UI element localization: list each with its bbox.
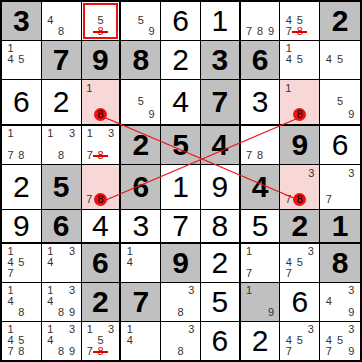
cell-r9c6[interactable]: 6 xyxy=(201,322,241,360)
solved-value: 8 xyxy=(201,210,239,242)
given-value: 2 xyxy=(82,283,120,321)
candidate-5: 5 xyxy=(294,257,305,268)
cell-r5c8[interactable]: 378 xyxy=(280,165,320,210)
cell-r6c8[interactable]: 2 xyxy=(280,210,320,244)
cell-r7c7[interactable]: 17 xyxy=(241,244,281,283)
cell-r6c2[interactable]: 6 xyxy=(42,210,82,244)
candidate-3: 3 xyxy=(106,128,117,139)
cell-r5c3[interactable]: 78 xyxy=(82,165,122,210)
candidate-9: 9 xyxy=(346,346,357,357)
candidate-4: 4 xyxy=(45,257,56,268)
candidate-1: 1 xyxy=(283,82,293,95)
cell-r2c8[interactable]: 145 xyxy=(280,41,320,80)
solved-value: 3 xyxy=(241,80,280,124)
given-value: 9 xyxy=(82,41,120,79)
cell-r6c6[interactable]: 8 xyxy=(201,210,241,244)
pencil-marks: 38 xyxy=(161,322,200,360)
pencil-marks: 13578 xyxy=(82,322,120,360)
cell-r1c6[interactable]: 1 xyxy=(201,2,241,41)
cell-r5c2[interactable]: 5 xyxy=(42,165,82,210)
candidate-3: 3 xyxy=(305,246,316,257)
solved-value: 4 xyxy=(161,80,200,124)
solved-value: 2 xyxy=(161,41,200,79)
cell-r7c4[interactable]: 14 xyxy=(121,244,161,283)
candidate-9: 9 xyxy=(346,108,357,121)
pencil-marks: 17 xyxy=(241,244,280,282)
cell-r3c5[interactable]: 4 xyxy=(161,80,201,126)
sudoku-board: 3485859617894578214579823614545621859473… xyxy=(0,0,362,362)
given-value: 8 xyxy=(121,41,160,79)
cell-r7c2[interactable]: 134 xyxy=(42,244,82,283)
cell-r4c6[interactable]: 4 xyxy=(201,126,241,165)
candidate-5: 5 xyxy=(16,54,27,65)
candidate-8: 8 xyxy=(16,346,27,357)
cell-r6c3[interactable]: 4 xyxy=(82,210,122,244)
cell-r3c4[interactable]: 59 xyxy=(121,80,161,126)
candidate-8: 8 xyxy=(16,150,27,161)
candidate-4: 4 xyxy=(124,335,135,346)
pencil-marks: 3457 xyxy=(280,322,319,360)
cell-r6c1[interactable]: 9 xyxy=(2,210,42,244)
pencil-marks: 3457 xyxy=(280,244,319,282)
given-value: 9 xyxy=(161,244,200,282)
pencil-marks: 13489 xyxy=(42,283,81,321)
given-value: 2 xyxy=(121,126,160,164)
solved-value: 2 xyxy=(201,244,239,282)
eliminated-candidate-8: 8 xyxy=(95,26,106,37)
candidate-1: 1 xyxy=(244,246,255,257)
cell-r9c8[interactable]: 3457 xyxy=(280,322,320,360)
candidate-7: 7 xyxy=(5,150,16,161)
candidate-3: 3 xyxy=(67,246,78,257)
cell-r2c5[interactable]: 2 xyxy=(161,41,201,80)
cell-r2c3[interactable]: 9 xyxy=(82,41,122,80)
given-value: 2 xyxy=(280,210,319,242)
pencil-marks: 38 xyxy=(161,283,200,321)
candidate-1: 1 xyxy=(45,128,56,139)
candidate-3: 3 xyxy=(186,324,197,335)
pencil-marks: 78 xyxy=(82,165,120,209)
candidate-8: 8 xyxy=(255,150,266,161)
cell-r3c1[interactable]: 6 xyxy=(2,80,42,126)
chain-node-candidate-8: 8 xyxy=(293,108,306,121)
cell-r7c3[interactable]: 6 xyxy=(82,244,122,283)
candidate-4: 4 xyxy=(323,296,334,307)
candidate-5: 5 xyxy=(294,54,305,65)
given-value: 5 xyxy=(161,126,200,164)
solved-value: 7 xyxy=(161,210,200,242)
candidate-4: 4 xyxy=(124,257,135,268)
cell-r9c5[interactable]: 38 xyxy=(161,322,201,360)
given-value: 7 xyxy=(201,80,239,124)
cell-r7c8[interactable]: 3457 xyxy=(280,244,320,283)
solved-value: 4 xyxy=(82,210,120,242)
given-value: 6 xyxy=(121,165,160,209)
candidate-8: 8 xyxy=(255,26,266,37)
given-value: 7 xyxy=(121,283,160,321)
cell-r8c5[interactable]: 38 xyxy=(161,283,201,322)
given-value: 8 xyxy=(320,244,360,282)
pencil-marks: 59 xyxy=(320,80,360,124)
eliminated-candidate-8: 8 xyxy=(95,346,106,357)
candidate-9: 9 xyxy=(266,307,277,318)
candidate-7: 7 xyxy=(283,193,293,206)
candidate-4: 4 xyxy=(323,54,334,65)
candidate-3: 3 xyxy=(346,324,357,335)
pencil-marks: 59 xyxy=(121,2,160,40)
candidate-1: 1 xyxy=(85,128,96,139)
candidate-4: 4 xyxy=(45,15,56,26)
chain-node-candidate-8: 8 xyxy=(293,193,306,206)
given-value: 6 xyxy=(241,41,280,79)
candidate-8: 8 xyxy=(175,346,186,357)
candidate-7: 7 xyxy=(323,346,334,357)
cell-r3c8[interactable]: 18 xyxy=(280,80,320,126)
cell-r2c7[interactable]: 6 xyxy=(241,41,281,80)
candidate-5: 5 xyxy=(135,95,146,108)
pencil-marks: 14 xyxy=(121,322,160,360)
given-value: 9 xyxy=(280,126,319,164)
cell-r8c6[interactable]: 5 xyxy=(201,283,241,322)
cell-r5c6[interactable]: 9 xyxy=(201,165,241,210)
candidate-4: 4 xyxy=(5,54,16,65)
candidate-8: 8 xyxy=(175,307,186,318)
pencil-marks: 148 xyxy=(2,283,41,321)
cell-r7c6[interactable]: 2 xyxy=(201,244,241,283)
candidate-5: 5 xyxy=(334,95,345,108)
candidate-3: 3 xyxy=(305,324,316,335)
cell-r4c3[interactable]: 1378 xyxy=(82,126,122,165)
given-value: 4 xyxy=(241,165,280,209)
given-value: 6 xyxy=(42,210,81,242)
cell-r6c5[interactable]: 7 xyxy=(161,210,201,244)
pencil-marks: 789 xyxy=(241,2,280,40)
candidate-8: 8 xyxy=(56,307,67,318)
candidate-9: 9 xyxy=(146,108,157,121)
cell-r2c2[interactable]: 7 xyxy=(42,41,82,80)
candidate-7: 7 xyxy=(283,268,294,279)
candidate-7: 7 xyxy=(5,268,16,279)
given-value: 5 xyxy=(42,165,81,209)
candidate-3: 3 xyxy=(106,324,117,335)
cell-r8c8[interactable]: 6 xyxy=(280,283,320,322)
candidate-1: 1 xyxy=(5,128,16,139)
cell-r4c9[interactable]: 6 xyxy=(320,126,360,165)
cell-r5c4[interactable]: 6 xyxy=(121,165,161,210)
candidate-1: 1 xyxy=(85,324,96,335)
eliminated-candidate-8: 8 xyxy=(294,26,305,37)
cell-r9c1[interactable]: 14578 xyxy=(2,322,42,360)
cell-r4c2[interactable]: 138 xyxy=(42,126,82,165)
candidate-7: 7 xyxy=(85,193,94,206)
candidate-9: 9 xyxy=(67,307,78,318)
cell-r9c4[interactable]: 14 xyxy=(121,322,161,360)
candidate-7: 7 xyxy=(244,150,255,161)
cell-r3c9[interactable]: 59 xyxy=(320,80,360,126)
cell-r5c9[interactable]: 37 xyxy=(320,165,360,210)
pencil-marks: 14578 xyxy=(2,322,41,360)
pencil-marks: 349 xyxy=(320,283,360,321)
pencil-marks: 145 xyxy=(2,41,41,79)
candidate-8: 8 xyxy=(16,307,27,318)
candidate-3: 3 xyxy=(67,285,78,296)
chain-node-candidate-8: 8 xyxy=(94,193,107,206)
pencil-marks: 138 xyxy=(42,126,81,164)
candidate-9: 9 xyxy=(146,26,157,37)
cell-r4c4[interactable]: 2 xyxy=(121,126,161,165)
candidate-3: 3 xyxy=(186,285,197,296)
candidate-7: 7 xyxy=(5,346,16,357)
given-value: 7 xyxy=(42,41,81,79)
cell-r8c9[interactable]: 349 xyxy=(320,283,360,322)
pencil-marks: 134 xyxy=(42,244,81,282)
solved-value: 2 xyxy=(2,165,41,209)
given-value: 1 xyxy=(320,210,360,242)
candidate-9: 9 xyxy=(266,26,277,37)
solved-value: 1 xyxy=(161,165,200,209)
pencil-marks: 1457 xyxy=(2,244,41,282)
candidate-5: 5 xyxy=(16,257,27,268)
candidate-1: 1 xyxy=(244,285,255,296)
cell-r1c8[interactable]: 4578 xyxy=(280,2,320,41)
eliminated-candidate-8: 8 xyxy=(95,150,106,161)
solved-value: 2 xyxy=(241,322,280,360)
solved-value: 1 xyxy=(201,2,239,40)
candidate-3: 3 xyxy=(346,285,357,296)
candidate-3: 3 xyxy=(67,128,78,139)
solved-value: 6 xyxy=(161,2,200,40)
cell-r3c3[interactable]: 18 xyxy=(82,80,122,126)
pencil-marks: 45 xyxy=(320,41,360,79)
candidate-5: 5 xyxy=(294,335,305,346)
candidate-9: 9 xyxy=(67,346,78,357)
pencil-marks: 19 xyxy=(241,283,280,321)
candidate-4: 4 xyxy=(5,296,16,307)
cell-r8c7[interactable]: 19 xyxy=(241,283,281,322)
solved-value: 5 xyxy=(201,283,239,321)
candidate-7: 7 xyxy=(283,346,294,357)
pencil-marks: 4578 xyxy=(280,2,319,40)
pencil-marks: 58 xyxy=(82,2,120,40)
solved-value: 3 xyxy=(121,210,160,242)
pencil-marks: 37 xyxy=(320,165,360,209)
cell-r3c6[interactable]: 7 xyxy=(201,80,241,126)
candidate-7: 7 xyxy=(244,26,255,37)
candidate-3: 3 xyxy=(67,324,78,335)
candidate-5: 5 xyxy=(334,54,345,65)
given-value: 3 xyxy=(201,41,239,79)
pencil-marks: 178 xyxy=(2,126,41,164)
chain-node-candidate-8: 8 xyxy=(94,108,107,121)
cell-r4c8[interactable]: 9 xyxy=(280,126,320,165)
candidate-3: 3 xyxy=(306,167,316,180)
cell-r9c7[interactable]: 2 xyxy=(241,322,281,360)
cell-r4c1[interactable]: 178 xyxy=(2,126,42,165)
cell-r1c7[interactable]: 789 xyxy=(241,2,281,41)
pencil-marks: 78 xyxy=(241,126,280,164)
solved-value: 5 xyxy=(241,210,280,242)
solved-value: 9 xyxy=(2,210,41,242)
cell-r6c9[interactable]: 1 xyxy=(320,210,360,244)
cell-r4c5[interactable]: 5 xyxy=(161,126,201,165)
candidate-4: 4 xyxy=(45,296,56,307)
cell-r2c6[interactable]: 3 xyxy=(201,41,241,80)
cell-r1c5[interactable]: 6 xyxy=(161,2,201,41)
cell-r2c1[interactable]: 145 xyxy=(2,41,42,80)
solved-value: 6 xyxy=(201,322,239,360)
cell-r5c5[interactable]: 1 xyxy=(161,165,201,210)
cell-r7c9[interactable]: 8 xyxy=(320,244,360,283)
candidate-3: 3 xyxy=(346,167,357,180)
solved-value: 6 xyxy=(320,126,360,164)
cell-r1c9[interactable]: 2 xyxy=(320,2,360,41)
cell-r1c2[interactable]: 48 xyxy=(42,2,82,41)
candidate-8: 8 xyxy=(56,26,67,37)
pencil-marks: 18 xyxy=(82,80,120,124)
cell-r7c1[interactable]: 1457 xyxy=(2,244,42,283)
cell-r1c1[interactable]: 3 xyxy=(2,2,42,41)
cell-r5c7[interactable]: 4 xyxy=(241,165,281,210)
cell-r1c3[interactable]: 58 xyxy=(82,2,122,41)
given-value: 3 xyxy=(2,2,41,40)
candidate-9: 9 xyxy=(346,307,357,318)
cell-r9c3[interactable]: 13578 xyxy=(82,322,122,360)
cell-r9c2[interactable]: 13489 xyxy=(42,322,82,360)
pencil-marks: 48 xyxy=(42,2,81,40)
pencil-marks: 1378 xyxy=(82,126,120,164)
cell-r5c1[interactable]: 2 xyxy=(2,165,42,210)
solved-value: 6 xyxy=(280,283,319,321)
cell-r9c9[interactable]: 34579 xyxy=(320,322,360,360)
cell-r8c4[interactable]: 7 xyxy=(121,283,161,322)
cell-r6c4[interactable]: 3 xyxy=(121,210,161,244)
cell-r8c1[interactable]: 148 xyxy=(2,283,42,322)
solved-value: 9 xyxy=(201,165,239,209)
pencil-marks: 18 xyxy=(280,80,319,124)
cell-r3c7[interactable]: 3 xyxy=(241,80,281,126)
cell-r2c9[interactable]: 45 xyxy=(320,41,360,80)
candidate-5: 5 xyxy=(334,335,345,346)
pencil-marks: 34579 xyxy=(320,322,360,360)
pencil-marks: 14 xyxy=(121,244,160,282)
cell-r8c3[interactable]: 2 xyxy=(82,283,122,322)
candidate-5: 5 xyxy=(135,15,146,26)
candidate-8: 8 xyxy=(56,346,67,357)
candidate-4: 4 xyxy=(45,335,56,346)
given-value: 2 xyxy=(320,2,360,40)
solved-value: 2 xyxy=(42,80,81,124)
candidate-8: 8 xyxy=(56,150,67,161)
cell-r3c2[interactable]: 2 xyxy=(42,80,82,126)
pencil-marks: 13489 xyxy=(42,322,81,360)
given-value: 6 xyxy=(82,244,120,282)
candidate-4: 4 xyxy=(283,54,294,65)
candidate-1: 1 xyxy=(85,82,94,95)
cell-r6c7[interactable]: 5 xyxy=(241,210,281,244)
cell-r2c4[interactable]: 8 xyxy=(121,41,161,80)
cell-r7c5[interactable]: 9 xyxy=(161,244,201,283)
candidate-7: 7 xyxy=(323,193,334,206)
pencil-marks: 145 xyxy=(280,41,319,79)
given-value: 4 xyxy=(201,126,239,164)
pencil-marks: 378 xyxy=(280,165,319,209)
cell-r1c4[interactable]: 59 xyxy=(121,2,161,41)
cell-r4c7[interactable]: 78 xyxy=(241,126,281,165)
candidate-7: 7 xyxy=(244,268,255,279)
pencil-marks: 59 xyxy=(121,80,160,124)
solved-value: 6 xyxy=(2,80,41,124)
cell-r8c2[interactable]: 13489 xyxy=(42,283,82,322)
